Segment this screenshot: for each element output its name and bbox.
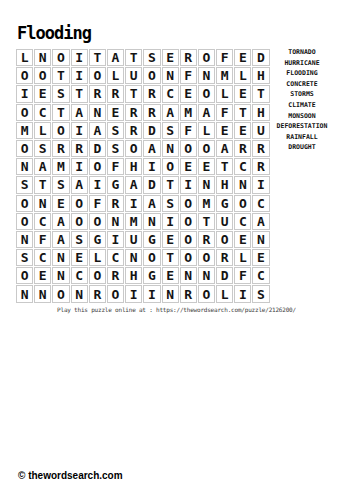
grid-cell-r10c14[interactable]: A	[252, 213, 269, 230]
grid-cell-r2c7[interactable]: U	[125, 67, 142, 84]
grid-cell-r13c7[interactable]: H	[125, 267, 142, 284]
grid-cell-r6c1[interactable]: O	[16, 140, 33, 157]
grid-cell-r10c2[interactable]: C	[34, 213, 51, 230]
grid-cell-r11c1[interactable]: N	[16, 231, 33, 248]
grid-cell-r7c8[interactable]: I	[143, 158, 160, 175]
grid-cell-r6c13[interactable]: R	[234, 140, 251, 157]
grid-cell-r1c10[interactable]: R	[180, 49, 197, 66]
grid-cell-r1c7[interactable]: T	[125, 49, 142, 66]
grid-cell-r13c13[interactable]: F	[234, 267, 251, 284]
grid-cell-r5c9[interactable]: S	[162, 122, 179, 139]
grid-cell-r13c10[interactable]: N	[180, 267, 197, 284]
grid-cell-r8c5[interactable]: I	[89, 176, 106, 193]
grid-cell-r2c11[interactable]: N	[198, 67, 215, 84]
grid-cell-r4c2[interactable]: C	[34, 104, 51, 121]
grid-cell-r5c3[interactable]: O	[52, 122, 69, 139]
grid-cell-r1c8[interactable]: S	[143, 49, 160, 66]
grid-cell-r14c5[interactable]: R	[89, 285, 106, 302]
grid-cell-r14c6[interactable]: O	[107, 285, 124, 302]
word-list-item: STORMS	[264, 89, 340, 100]
word-list-item: CONCRETE	[264, 79, 340, 90]
grid-cell-r1c2[interactable]: N	[34, 49, 51, 66]
grid-cell-r8c8[interactable]: D	[143, 176, 160, 193]
grid-cell-r7c2[interactable]: A	[34, 158, 51, 175]
grid-cell-r3c3[interactable]: S	[52, 85, 69, 102]
grid-cell-r8c2[interactable]: T	[34, 176, 51, 193]
grid-cell-r13c9[interactable]: E	[162, 267, 179, 284]
grid-cell-r8c13[interactable]: N	[234, 176, 251, 193]
grid-cell-r11c5[interactable]: G	[89, 231, 106, 248]
grid-cell-r14c9[interactable]: N	[162, 285, 179, 302]
grid-cell-r3c2[interactable]: E	[34, 85, 51, 102]
grid-cell-r14c8[interactable]: I	[143, 285, 160, 302]
grid-cell-r6c4[interactable]: R	[71, 140, 88, 157]
grid-cell-r5c12[interactable]: E	[216, 122, 233, 139]
grid-cell-r9c4[interactable]: O	[71, 195, 88, 212]
grid-cell-r14c10[interactable]: R	[180, 285, 197, 302]
grid-cell-r7c9[interactable]: O	[162, 158, 179, 175]
grid-cell-r8c1[interactable]: S	[16, 176, 33, 193]
grid-cell-r7c13[interactable]: C	[234, 158, 251, 175]
grid-cell-r5c4[interactable]: I	[71, 122, 88, 139]
grid-cell-r3c13[interactable]: E	[234, 85, 251, 102]
puzzle-title: Flooding	[17, 23, 91, 43]
grid-cell-r4c5[interactable]: N	[89, 104, 106, 121]
grid-cell-r6c9[interactable]: N	[162, 140, 179, 157]
grid-cell-r14c14[interactable]: S	[252, 285, 269, 302]
grid-cell-r8c11[interactable]: N	[198, 176, 215, 193]
grid-cell-r13c4[interactable]: C	[71, 267, 88, 284]
grid-cell-r7c4[interactable]: I	[71, 158, 88, 175]
grid-cell-r8c12[interactable]: H	[216, 176, 233, 193]
grid-cell-r9c12[interactable]: G	[216, 195, 233, 212]
grid-cell-r1c6[interactable]: A	[107, 49, 124, 66]
grid-cell-r11c13[interactable]: E	[234, 231, 251, 248]
grid-cell-r10c7[interactable]: M	[125, 213, 142, 230]
grid-cell-r14c7[interactable]: I	[125, 285, 142, 302]
grid-cell-r10c10[interactable]: O	[180, 213, 197, 230]
grid-cell-r11c7[interactable]: U	[125, 231, 142, 248]
grid-cell-r8c4[interactable]: A	[71, 176, 88, 193]
grid-cell-r2c12[interactable]: M	[216, 67, 233, 84]
grid-cell-r12c10[interactable]: O	[180, 249, 197, 266]
grid-cell-r5c8[interactable]: D	[143, 122, 160, 139]
grid-cell-r4c3[interactable]: T	[52, 104, 69, 121]
grid-cell-r8c10[interactable]: I	[180, 176, 197, 193]
grid-cell-r13c6[interactable]: R	[107, 267, 124, 284]
grid-cell-r12c13[interactable]: L	[234, 249, 251, 266]
grid-cell-r5c11[interactable]: L	[198, 122, 215, 139]
grid-cell-r1c3[interactable]: O	[52, 49, 69, 66]
grid-cell-r4c11[interactable]: A	[198, 104, 215, 121]
word-list-item: FLOODING	[264, 68, 340, 79]
grid-cell-r3c10[interactable]: E	[180, 85, 197, 102]
grid-cell-r6c3[interactable]: R	[52, 140, 69, 157]
grid-cell-r2c5[interactable]: O	[89, 67, 106, 84]
grid-cell-r12c1[interactable]: S	[16, 249, 33, 266]
grid-cell-r2c10[interactable]: F	[180, 67, 197, 84]
grid-cell-r5c2[interactable]: L	[34, 122, 51, 139]
grid-cell-r14c1[interactable]: N	[16, 285, 33, 302]
grid-cell-r11c9[interactable]: E	[162, 231, 179, 248]
grid-cell-r5c1[interactable]: M	[16, 122, 33, 139]
word-list: TORNADOHURRICANEFLOODINGCONCRETESTORMSCL…	[264, 47, 340, 153]
grid-cell-r6c10[interactable]: O	[180, 140, 197, 157]
grid-cell-r10c5[interactable]: O	[89, 213, 106, 230]
grid-cell-r1c4[interactable]: I	[71, 49, 88, 66]
grid-cell-r2c2[interactable]: O	[34, 67, 51, 84]
grid-cell-r14c3[interactable]: O	[52, 285, 69, 302]
grid-cell-r14c2[interactable]: N	[34, 285, 51, 302]
grid-cell-r3c7[interactable]: T	[125, 85, 142, 102]
grid-cell-r2c8[interactable]: O	[143, 67, 160, 84]
grid-cell-r11c10[interactable]: O	[180, 231, 197, 248]
grid-cell-r10c12[interactable]: U	[216, 213, 233, 230]
grid-cell-r3c6[interactable]: R	[107, 85, 124, 102]
grid-cell-r9c2[interactable]: N	[34, 195, 51, 212]
grid-cell-r3c11[interactable]: O	[198, 85, 215, 102]
grid-cell-r7c1[interactable]: N	[16, 158, 33, 175]
grid-cell-r8c7[interactable]: A	[125, 176, 142, 193]
grid-cell-r1c13[interactable]: E	[234, 49, 251, 66]
grid-cell-r9c8[interactable]: A	[143, 195, 160, 212]
grid-cell-r13c3[interactable]: N	[52, 267, 69, 284]
grid-cell-r4c6[interactable]: E	[107, 104, 124, 121]
grid-cell-r5c10[interactable]: F	[180, 122, 197, 139]
grid-cell-r10c3[interactable]: A	[52, 213, 69, 230]
grid-cell-r6c12[interactable]: A	[216, 140, 233, 157]
grid-cell-r12c4[interactable]: E	[71, 249, 88, 266]
grid-cell-r12c6[interactable]: C	[107, 249, 124, 266]
grid-cell-r6c5[interactable]: D	[89, 140, 106, 157]
grid-cell-r9c9[interactable]: S	[162, 195, 179, 212]
grid-cell-r8c9[interactable]: T	[162, 176, 179, 193]
grid-cell-r8c14[interactable]: I	[252, 176, 269, 193]
grid-cell-r9c3[interactable]: E	[52, 195, 69, 212]
grid-cell-r13c2[interactable]: E	[34, 267, 51, 284]
grid-cell-r9c7[interactable]: I	[125, 195, 142, 212]
grid-cell-r7c10[interactable]: E	[180, 158, 197, 175]
grid-cell-r9c10[interactable]: O	[180, 195, 197, 212]
grid-cell-r5c7[interactable]: R	[125, 122, 142, 139]
grid-cell-r3c8[interactable]: R	[143, 85, 160, 102]
grid-cell-r5c5[interactable]: A	[89, 122, 106, 139]
grid-cell-r4c7[interactable]: R	[125, 104, 142, 121]
grid-cell-r9c6[interactable]: R	[107, 195, 124, 212]
grid-cell-r3c12[interactable]: L	[216, 85, 233, 102]
grid-cell-r7c7[interactable]: H	[125, 158, 142, 175]
grid-cell-r11c12[interactable]: O	[216, 231, 233, 248]
grid-cell-r2c1[interactable]: O	[16, 67, 33, 84]
grid-cell-r4c10[interactable]: M	[180, 104, 197, 121]
grid-cell-r1c1[interactable]: L	[16, 49, 33, 66]
grid-cell-r10c4[interactable]: O	[71, 213, 88, 230]
grid-cell-r3c1[interactable]: I	[16, 85, 33, 102]
grid-cell-r10c6[interactable]: N	[107, 213, 124, 230]
grid-cell-r3c4[interactable]: T	[71, 85, 88, 102]
grid-cell-r10c8[interactable]: N	[143, 213, 160, 230]
grid-cell-r9c5[interactable]: F	[89, 195, 106, 212]
grid-cell-r14c4[interactable]: N	[71, 285, 88, 302]
grid-cell-r10c9[interactable]: I	[162, 213, 179, 230]
grid-cell-r4c9[interactable]: A	[162, 104, 179, 121]
grid-cell-r12c7[interactable]: N	[125, 249, 142, 266]
grid-cell-r14c13[interactable]: I	[234, 285, 251, 302]
word-list-item: DROUGHT	[264, 142, 340, 153]
grid-cell-r11c3[interactable]: A	[52, 231, 69, 248]
grid-cell-r12c14[interactable]: E	[252, 249, 269, 266]
grid-cell-r13c11[interactable]: N	[198, 267, 215, 284]
grid-cell-r7c3[interactable]: M	[52, 158, 69, 175]
grid-cell-r1c5[interactable]: T	[89, 49, 106, 66]
grid-cell-r4c1[interactable]: O	[16, 104, 33, 121]
grid-cell-r13c5[interactable]: O	[89, 267, 106, 284]
grid-cell-r6c2[interactable]: S	[34, 140, 51, 157]
word-search-grid: LNOITATSEROFEDOOTIOLUONFNMLHIESTRRTRCEOL…	[16, 49, 270, 303]
word-list-item: HURRICANE	[264, 58, 340, 69]
grid-cell-r7c6[interactable]: F	[107, 158, 124, 175]
grid-cell-r11c8[interactable]: G	[143, 231, 160, 248]
grid-cell-r3c5[interactable]: R	[89, 85, 106, 102]
grid-cell-r11c11[interactable]: R	[198, 231, 215, 248]
grid-cell-r13c1[interactable]: O	[16, 267, 33, 284]
grid-cell-r6c8[interactable]: A	[143, 140, 160, 157]
grid-cell-r6c6[interactable]: S	[107, 140, 124, 157]
word-list-item: MONSOON	[264, 111, 340, 122]
grid-cell-r5c6[interactable]: S	[107, 122, 124, 139]
grid-cell-r9c11[interactable]: M	[198, 195, 215, 212]
grid-cell-r1c12[interactable]: F	[216, 49, 233, 66]
grid-cell-r12c2[interactable]: C	[34, 249, 51, 266]
grid-cell-r8c3[interactable]: S	[52, 176, 69, 193]
grid-cell-r11c4[interactable]: S	[71, 231, 88, 248]
grid-cell-r10c13[interactable]: C	[234, 213, 251, 230]
grid-cell-r12c8[interactable]: O	[143, 249, 160, 266]
grid-cell-r12c12[interactable]: R	[216, 249, 233, 266]
grid-cell-r1c11[interactable]: O	[198, 49, 215, 66]
grid-cell-r2c3[interactable]: T	[52, 67, 69, 84]
word-list-item: TORNADO	[264, 47, 340, 58]
grid-cell-r7c11[interactable]: E	[198, 158, 215, 175]
grid-cell-r4c13[interactable]: T	[234, 104, 251, 121]
grid-cell-r10c11[interactable]: T	[198, 213, 215, 230]
grid-cell-r6c7[interactable]: O	[125, 140, 142, 157]
grid-cell-r5c13[interactable]: E	[234, 122, 251, 139]
play-online-caption: Play this puzzle online at : https://the…	[0, 306, 353, 313]
grid-cell-r9c1[interactable]: O	[16, 195, 33, 212]
grid-cell-r13c12[interactable]: D	[216, 267, 233, 284]
grid-cell-r4c8[interactable]: R	[143, 104, 160, 121]
grid-cell-r9c14[interactable]: C	[252, 195, 269, 212]
word-list-item: DEFORESTATION	[264, 121, 340, 132]
grid-cell-r6c11[interactable]: O	[198, 140, 215, 157]
grid-cell-r13c8[interactable]: G	[143, 267, 160, 284]
word-list-item: RAINFALL	[264, 132, 340, 143]
grid-cell-r12c9[interactable]: T	[162, 249, 179, 266]
word-list-item: CLIMATE	[264, 100, 340, 111]
grid-cell-r11c14[interactable]: N	[252, 231, 269, 248]
grid-cell-r13c14[interactable]: C	[252, 267, 269, 284]
grid-cell-r2c4[interactable]: I	[71, 67, 88, 84]
grid-cell-r3c9[interactable]: C	[162, 85, 179, 102]
grid-cell-r2c6[interactable]: L	[107, 67, 124, 84]
grid-cell-r4c4[interactable]: A	[71, 104, 88, 121]
grid-cell-r8c6[interactable]: G	[107, 176, 124, 193]
grid-cell-r14c12[interactable]: L	[216, 285, 233, 302]
grid-cell-r2c9[interactable]: N	[162, 67, 179, 84]
grid-cell-r7c5[interactable]: O	[89, 158, 106, 175]
grid-cell-r7c14[interactable]: R	[252, 158, 269, 175]
grid-cell-r9c13[interactable]: O	[234, 195, 251, 212]
grid-cell-r1c9[interactable]: E	[162, 49, 179, 66]
grid-cell-r12c3[interactable]: N	[52, 249, 69, 266]
grid-cell-r2c13[interactable]: L	[234, 67, 251, 84]
grid-cell-r12c5[interactable]: L	[89, 249, 106, 266]
grid-cell-r11c6[interactable]: I	[107, 231, 124, 248]
grid-cell-r10c1[interactable]: O	[16, 213, 33, 230]
grid-cell-r12c11[interactable]: O	[198, 249, 215, 266]
grid-cell-r4c12[interactable]: F	[216, 104, 233, 121]
grid-cell-r7c12[interactable]: T	[216, 158, 233, 175]
grid-cell-r14c11[interactable]: O	[198, 285, 215, 302]
copyright-text: © thewordsearch.com	[18, 470, 123, 481]
grid-cell-r11c2[interactable]: F	[34, 231, 51, 248]
